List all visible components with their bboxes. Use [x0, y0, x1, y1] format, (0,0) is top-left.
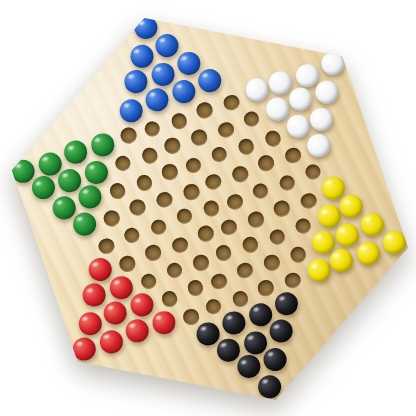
- marble-blue[interactable]: [153, 31, 182, 60]
- marble-white[interactable]: [286, 85, 315, 114]
- marble-red[interactable]: [101, 298, 130, 327]
- board-hole[interactable]: [181, 182, 201, 202]
- board-hole[interactable]: [263, 129, 283, 149]
- marble-blue[interactable]: [195, 66, 224, 95]
- board-hole[interactable]: [241, 235, 261, 255]
- marble-red[interactable]: [122, 316, 151, 345]
- board-hole[interactable]: [102, 209, 122, 229]
- marble-white[interactable]: [307, 105, 336, 134]
- board-hole[interactable]: [195, 100, 215, 120]
- marble-blue[interactable]: [174, 48, 203, 77]
- marble-yellow[interactable]: [332, 221, 361, 250]
- board-hole[interactable]: [293, 216, 313, 236]
- marble-black[interactable]: [266, 317, 295, 346]
- marble-blue[interactable]: [121, 67, 150, 96]
- marble-yellow[interactable]: [379, 227, 408, 256]
- board-hole[interactable]: [122, 225, 142, 245]
- board-hole[interactable]: [186, 278, 206, 298]
- board-hole[interactable]: [119, 126, 139, 146]
- marble-blue[interactable]: [117, 96, 146, 125]
- board-hole[interactable]: [160, 289, 180, 309]
- marble-green[interactable]: [88, 130, 117, 159]
- marble-yellow[interactable]: [354, 238, 383, 267]
- board-hole[interactable]: [219, 217, 239, 237]
- board-hole[interactable]: [162, 136, 182, 156]
- board-hole[interactable]: [108, 181, 128, 201]
- marble-blue[interactable]: [143, 85, 172, 114]
- board-hole[interactable]: [262, 253, 282, 273]
- marble-white[interactable]: [283, 111, 312, 140]
- board-hole[interactable]: [140, 146, 160, 166]
- board-hole[interactable]: [142, 119, 162, 139]
- marble-white[interactable]: [318, 49, 347, 78]
- board-hole[interactable]: [278, 173, 298, 193]
- board-hole[interactable]: [214, 243, 234, 263]
- board-hole[interactable]: [170, 235, 190, 255]
- board-hole[interactable]: [256, 153, 276, 173]
- marble-green[interactable]: [28, 173, 57, 202]
- marble-red[interactable]: [128, 290, 157, 319]
- marble-red[interactable]: [96, 327, 125, 356]
- board-hole[interactable]: [272, 199, 292, 219]
- marble-red[interactable]: [85, 255, 114, 284]
- board-hole[interactable]: [299, 191, 319, 211]
- board-hole[interactable]: [169, 111, 189, 131]
- board-hole[interactable]: [283, 270, 303, 290]
- board-hole[interactable]: [134, 173, 154, 193]
- board-hole[interactable]: [242, 109, 262, 129]
- marble-red[interactable]: [75, 309, 104, 338]
- marble-green[interactable]: [70, 210, 99, 239]
- board-hole[interactable]: [289, 245, 309, 265]
- marble-black[interactable]: [219, 308, 248, 337]
- board-hole[interactable]: [181, 307, 201, 327]
- board-hole[interactable]: [204, 297, 224, 317]
- board-hole[interactable]: [230, 289, 250, 309]
- board-hole[interactable]: [303, 162, 323, 182]
- board-hole[interactable]: [96, 236, 116, 256]
- board-hole[interactable]: [118, 254, 138, 274]
- board-hole[interactable]: [165, 261, 185, 281]
- board-hole[interactable]: [209, 272, 229, 292]
- board-hole[interactable]: [201, 199, 221, 219]
- board-hole[interactable]: [246, 210, 266, 230]
- board-hole[interactable]: [222, 93, 242, 113]
- board-hole[interactable]: [189, 128, 209, 148]
- board-hole[interactable]: [267, 227, 287, 247]
- marble-black[interactable]: [272, 289, 301, 318]
- marble-white[interactable]: [305, 131, 334, 160]
- marble-white[interactable]: [242, 75, 271, 104]
- board-hole[interactable]: [160, 162, 180, 182]
- board-hole[interactable]: [251, 181, 271, 201]
- marble-blue[interactable]: [169, 77, 198, 106]
- board-hole[interactable]: [155, 190, 175, 210]
- board-hole[interactable]: [113, 153, 133, 173]
- board-hole[interactable]: [128, 198, 148, 218]
- board-hole[interactable]: [196, 224, 216, 244]
- marble-blue[interactable]: [127, 42, 156, 71]
- marble-red[interactable]: [80, 281, 109, 310]
- marble-yellow[interactable]: [358, 210, 387, 239]
- board-hole[interactable]: [256, 278, 276, 298]
- chinese-checkers-board: [0, 0, 416, 416]
- board-hole[interactable]: [283, 146, 303, 166]
- board-hole[interactable]: [175, 206, 195, 226]
- board-hole[interactable]: [184, 156, 204, 176]
- board-hole[interactable]: [191, 253, 211, 273]
- photo-backdrop: [0, 0, 416, 416]
- board-hole[interactable]: [225, 192, 245, 212]
- marble-red[interactable]: [70, 335, 99, 364]
- marble-green[interactable]: [82, 158, 111, 187]
- board-hole[interactable]: [204, 172, 224, 192]
- board-shadow: [0, 0, 416, 416]
- board-hole[interactable]: [216, 120, 236, 140]
- marble-green[interactable]: [61, 138, 90, 167]
- marble-red[interactable]: [149, 308, 178, 337]
- board-hole[interactable]: [235, 261, 255, 281]
- marble-black[interactable]: [255, 372, 284, 401]
- board-hole[interactable]: [139, 272, 159, 292]
- marble-black[interactable]: [234, 352, 263, 381]
- board-hole[interactable]: [209, 145, 229, 165]
- board-hole[interactable]: [143, 243, 163, 263]
- board-hole[interactable]: [236, 137, 256, 157]
- board-hole[interactable]: [231, 164, 251, 184]
- board-hole[interactable]: [149, 218, 169, 238]
